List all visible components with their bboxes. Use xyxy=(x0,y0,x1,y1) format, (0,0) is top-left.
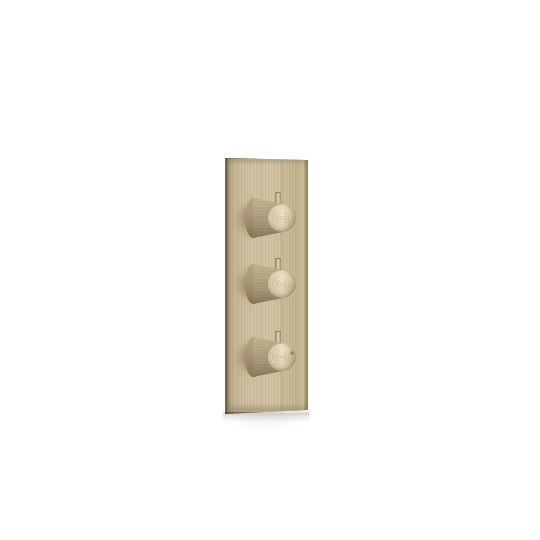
index-pin-icon xyxy=(275,192,281,204)
index-pin-icon xyxy=(275,258,281,270)
knob-brushed-face xyxy=(268,270,296,298)
product-photo xyxy=(0,0,540,540)
index-pin-icon xyxy=(275,331,281,343)
temperature-indicator-dot xyxy=(290,351,294,355)
bottom-thermostatic-knob xyxy=(245,336,298,378)
knob-brushed-face xyxy=(268,343,296,371)
middle-control-knob xyxy=(245,263,298,305)
top-control-knob xyxy=(245,197,298,239)
knob-brushed-face xyxy=(268,204,296,232)
plate-drop-shadow xyxy=(223,412,310,422)
